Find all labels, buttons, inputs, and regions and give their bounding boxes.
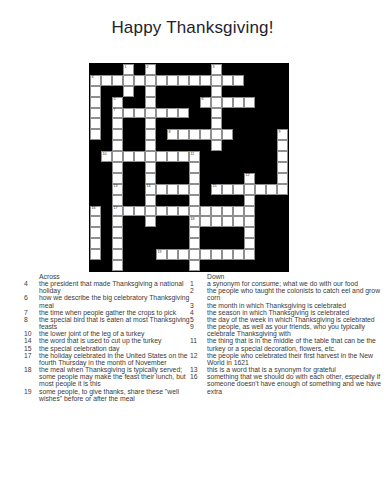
block-cell bbox=[244, 260, 255, 271]
grid-cell[interactable] bbox=[222, 75, 233, 86]
block-cell bbox=[123, 184, 134, 195]
grid-cell[interactable] bbox=[178, 151, 189, 162]
block-cell bbox=[233, 108, 244, 119]
grid-cell[interactable] bbox=[112, 151, 123, 162]
grid-cell[interactable] bbox=[244, 216, 255, 227]
grid-cell[interactable] bbox=[189, 162, 200, 173]
grid-cell[interactable] bbox=[156, 184, 167, 195]
grid-cell[interactable] bbox=[244, 97, 255, 108]
block-cell bbox=[233, 151, 244, 162]
grid-cell[interactable] bbox=[255, 184, 266, 195]
block-cell bbox=[134, 162, 145, 173]
grid-cell[interactable]: 11 bbox=[189, 151, 200, 162]
block-cell bbox=[255, 108, 266, 119]
clue-item: 2the people who taught the colonists to … bbox=[190, 287, 382, 301]
grid-cell[interactable] bbox=[145, 140, 156, 151]
grid-cell[interactable] bbox=[90, 238, 101, 249]
block-cell bbox=[200, 118, 211, 129]
grid-cell[interactable] bbox=[178, 249, 189, 260]
grid-cell[interactable] bbox=[123, 108, 134, 119]
block-cell bbox=[222, 173, 233, 184]
clue-item: 4the president that made Thanksgiving a … bbox=[24, 280, 190, 294]
block-cell bbox=[134, 249, 145, 260]
grid-cell[interactable] bbox=[112, 238, 123, 249]
grid-cell[interactable] bbox=[145, 86, 156, 97]
block-cell bbox=[134, 140, 145, 151]
grid-cell[interactable] bbox=[222, 249, 233, 260]
grid-cell[interactable] bbox=[101, 75, 112, 86]
grid-cell[interactable]: 17 bbox=[112, 206, 123, 217]
grid-cell[interactable] bbox=[189, 173, 200, 184]
block-cell bbox=[233, 173, 244, 184]
block-cell bbox=[101, 260, 112, 271]
grid-cell[interactable]: 19 bbox=[156, 249, 167, 260]
grid-cell[interactable] bbox=[90, 86, 101, 97]
grid-cell[interactable] bbox=[90, 108, 101, 119]
grid-cell[interactable]: 1 bbox=[123, 64, 134, 75]
grid-cell[interactable] bbox=[178, 108, 189, 119]
block-cell bbox=[156, 227, 167, 238]
grid-cell[interactable] bbox=[145, 206, 156, 217]
grid-cell[interactable] bbox=[112, 162, 123, 173]
grid-cell[interactable] bbox=[277, 184, 288, 195]
grid-cell[interactable] bbox=[233, 249, 244, 260]
block-cell bbox=[156, 173, 167, 184]
grid-cell[interactable] bbox=[200, 129, 211, 140]
block-cell bbox=[167, 64, 178, 75]
grid-cell[interactable] bbox=[178, 184, 189, 195]
block-cell bbox=[255, 249, 266, 260]
block-cell bbox=[277, 238, 288, 249]
block-cell bbox=[233, 86, 244, 97]
grid-cell[interactable] bbox=[189, 75, 200, 86]
grid-cell[interactable] bbox=[277, 162, 288, 173]
block-cell bbox=[156, 238, 167, 249]
block-cell bbox=[178, 195, 189, 206]
block-cell bbox=[266, 162, 277, 173]
block-cell bbox=[277, 108, 288, 119]
block-cell bbox=[178, 140, 189, 151]
block-cell bbox=[189, 140, 200, 151]
clue-item-number: 4 bbox=[190, 309, 207, 316]
block-cell bbox=[101, 249, 112, 260]
grid-cell[interactable] bbox=[134, 108, 145, 119]
block-cell bbox=[101, 216, 112, 227]
block-cell bbox=[244, 108, 255, 119]
grid-cell[interactable] bbox=[211, 140, 222, 151]
clue-item-number: 6 bbox=[24, 294, 39, 308]
grid-cell[interactable] bbox=[189, 249, 200, 260]
block-cell bbox=[266, 206, 277, 217]
grid-cell[interactable] bbox=[244, 238, 255, 249]
clue-item-number: 1 bbox=[190, 280, 207, 287]
block-cell bbox=[123, 249, 134, 260]
down-list: 1a synonym for consume; what we do with … bbox=[190, 280, 382, 395]
grid-cell[interactable]: 5 bbox=[112, 97, 123, 108]
block-cell bbox=[178, 86, 189, 97]
grid-cell[interactable] bbox=[145, 195, 156, 206]
grid-cell[interactable] bbox=[167, 249, 178, 260]
grid-cell[interactable] bbox=[200, 75, 211, 86]
block-cell bbox=[178, 216, 189, 227]
clue-item-text: the season in which Thanksgiving is cele… bbox=[207, 309, 382, 316]
block-cell bbox=[156, 216, 167, 227]
block-cell bbox=[101, 118, 112, 129]
block-cell bbox=[211, 173, 222, 184]
block-cell bbox=[167, 238, 178, 249]
grid-cell[interactable] bbox=[189, 206, 200, 217]
grid-cell[interactable]: 6 bbox=[200, 97, 211, 108]
grid-cell[interactable]: 10 bbox=[101, 151, 112, 162]
grid-cell[interactable] bbox=[134, 151, 145, 162]
block-cell bbox=[90, 162, 101, 173]
grid-cell[interactable] bbox=[167, 75, 178, 86]
grid-cell[interactable] bbox=[222, 129, 233, 140]
grid-cell[interactable] bbox=[189, 238, 200, 249]
grid-cell[interactable] bbox=[178, 206, 189, 217]
clue-item-text: the special celebration day bbox=[39, 345, 190, 352]
grid-cell[interactable] bbox=[145, 151, 156, 162]
grid-cell[interactable] bbox=[145, 162, 156, 173]
block-cell bbox=[145, 238, 156, 249]
block-cell bbox=[112, 64, 123, 75]
clue-item: 16something that we should do with each … bbox=[190, 373, 382, 394]
clue-item: 15the special celebration day bbox=[24, 345, 190, 352]
block-cell bbox=[266, 238, 277, 249]
grid-cell[interactable] bbox=[123, 206, 134, 217]
grid-cell[interactable] bbox=[222, 184, 233, 195]
block-cell bbox=[211, 260, 222, 271]
grid-cell[interactable] bbox=[211, 97, 222, 108]
grid-cell[interactable] bbox=[244, 249, 255, 260]
grid-cell[interactable] bbox=[112, 227, 123, 238]
grid-cell[interactable]: 7 bbox=[112, 108, 123, 119]
grid-cell[interactable] bbox=[211, 118, 222, 129]
block-cell bbox=[178, 173, 189, 184]
grid-cell[interactable] bbox=[112, 249, 123, 260]
grid-cell[interactable] bbox=[233, 184, 244, 195]
grid-cell[interactable] bbox=[145, 97, 156, 108]
grid-cell[interactable] bbox=[145, 118, 156, 129]
block-cell bbox=[255, 140, 266, 151]
clue-item: 14the word that is used to cut up the tu… bbox=[24, 337, 190, 344]
block-cell bbox=[255, 206, 266, 217]
grid-cell[interactable] bbox=[277, 173, 288, 184]
clue-number: 13 bbox=[114, 184, 118, 188]
clue-number: 16 bbox=[92, 206, 96, 210]
grid-cell[interactable]: 12 bbox=[244, 173, 255, 184]
grid-cell[interactable] bbox=[167, 151, 178, 162]
block-cell bbox=[277, 195, 288, 206]
block-cell bbox=[156, 118, 167, 129]
block-cell bbox=[277, 97, 288, 108]
block-cell bbox=[200, 162, 211, 173]
grid-cell[interactable] bbox=[112, 140, 123, 151]
grid-cell[interactable] bbox=[189, 195, 200, 206]
grid-cell[interactable] bbox=[189, 227, 200, 238]
block-cell bbox=[189, 108, 200, 119]
grid-cell[interactable] bbox=[145, 108, 156, 119]
grid-cell[interactable] bbox=[189, 129, 200, 140]
clue-item: 11the thing that is in the middle of the… bbox=[190, 337, 382, 351]
block-cell bbox=[123, 195, 134, 206]
clue-item-number: 12 bbox=[190, 352, 207, 366]
block-cell bbox=[167, 140, 178, 151]
grid-cell[interactable] bbox=[145, 216, 156, 227]
grid-cell[interactable] bbox=[200, 249, 211, 260]
block-cell bbox=[233, 260, 244, 271]
grid-cell[interactable]: 3 bbox=[211, 64, 222, 75]
clue-item-number: 7 bbox=[24, 309, 39, 316]
down-heading: Down bbox=[207, 273, 382, 280]
grid-cell[interactable] bbox=[112, 75, 123, 86]
grid-cell[interactable] bbox=[145, 75, 156, 86]
block-cell bbox=[123, 227, 134, 238]
grid-cell[interactable] bbox=[145, 173, 156, 184]
grid-cell[interactable]: 16 bbox=[90, 206, 101, 217]
clue-item-text: some people, to give thanks, share these… bbox=[39, 388, 190, 402]
grid-cell[interactable] bbox=[134, 206, 145, 217]
grid-cell[interactable] bbox=[156, 206, 167, 217]
block-cell bbox=[101, 173, 112, 184]
grid-cell[interactable] bbox=[123, 86, 134, 97]
clue-item: 6how we describe the big celebratory Tha… bbox=[24, 294, 190, 308]
block-cell bbox=[167, 86, 178, 97]
clue-item-number: 16 bbox=[190, 373, 207, 394]
block-cell bbox=[266, 118, 277, 129]
grid-cell[interactable] bbox=[90, 118, 101, 129]
block-cell bbox=[255, 216, 266, 227]
block-cell bbox=[156, 97, 167, 108]
grid-cell[interactable] bbox=[211, 206, 222, 217]
grid-cell[interactable] bbox=[167, 184, 178, 195]
grid-cell[interactable] bbox=[244, 206, 255, 217]
block-cell bbox=[266, 173, 277, 184]
block-cell bbox=[134, 195, 145, 206]
block-cell bbox=[200, 195, 211, 206]
block-cell bbox=[134, 216, 145, 227]
grid-cell[interactable] bbox=[178, 129, 189, 140]
block-cell bbox=[244, 140, 255, 151]
block-cell bbox=[90, 184, 101, 195]
grid-cell[interactable] bbox=[222, 97, 233, 108]
grid-cell[interactable] bbox=[112, 195, 123, 206]
block-cell bbox=[200, 227, 211, 238]
grid-cell[interactable] bbox=[233, 97, 244, 108]
clue-number: 6 bbox=[202, 97, 204, 101]
block-cell bbox=[233, 195, 244, 206]
block-cell bbox=[101, 140, 112, 151]
block-cell bbox=[145, 227, 156, 238]
grid-cell[interactable] bbox=[167, 108, 178, 119]
grid-cell[interactable]: 9 bbox=[277, 129, 288, 140]
grid-cell[interactable]: 14 bbox=[145, 184, 156, 195]
grid-cell[interactable] bbox=[211, 216, 222, 227]
block-cell bbox=[156, 140, 167, 151]
grid-cell[interactable] bbox=[211, 108, 222, 119]
grid-cell[interactable] bbox=[189, 184, 200, 195]
clue-item-number: 4 bbox=[24, 280, 39, 294]
block-cell bbox=[101, 206, 112, 217]
clue-item: 18the meal when Thanksgiving is typicall… bbox=[24, 366, 190, 387]
grid-cell[interactable] bbox=[222, 206, 233, 217]
grid-cell[interactable]: 13 bbox=[112, 184, 123, 195]
down-clues: Down 1a synonym for consume; what we do … bbox=[190, 273, 382, 395]
clue-item-text: the people, as well as your friends, who… bbox=[207, 323, 382, 337]
block-cell bbox=[123, 216, 134, 227]
block-cell bbox=[244, 162, 255, 173]
block-cell bbox=[266, 97, 277, 108]
block-cell bbox=[277, 260, 288, 271]
clue-item-text: the month in which Thanksgiving is celeb… bbox=[207, 302, 382, 309]
block-cell bbox=[266, 86, 277, 97]
block-cell bbox=[266, 108, 277, 119]
block-cell bbox=[200, 108, 211, 119]
grid-cell[interactable] bbox=[211, 129, 222, 140]
block-cell bbox=[255, 151, 266, 162]
block-cell bbox=[233, 238, 244, 249]
grid-cell[interactable] bbox=[200, 206, 211, 217]
grid-cell[interactable] bbox=[211, 75, 222, 86]
block-cell bbox=[222, 108, 233, 119]
block-cell bbox=[255, 97, 266, 108]
clue-number: 15 bbox=[213, 184, 217, 188]
clue-number: 14 bbox=[147, 184, 151, 188]
grid-cell[interactable] bbox=[156, 151, 167, 162]
block-cell bbox=[178, 260, 189, 271]
grid-cell[interactable] bbox=[90, 216, 101, 227]
grid-cell[interactable] bbox=[156, 108, 167, 119]
crossword-board: 12345678910111213141516171819 bbox=[89, 63, 289, 272]
grid-cell[interactable] bbox=[189, 260, 200, 271]
block-cell bbox=[211, 162, 222, 173]
block-cell bbox=[200, 173, 211, 184]
block-cell bbox=[134, 260, 145, 271]
block-cell bbox=[189, 86, 200, 97]
grid-cell[interactable] bbox=[167, 206, 178, 217]
clue-item: 19some people, to give thanks, share the… bbox=[24, 388, 190, 402]
block-cell bbox=[222, 86, 233, 97]
grid-cell[interactable] bbox=[112, 129, 123, 140]
grid-cell[interactable] bbox=[156, 75, 167, 86]
block-cell bbox=[277, 86, 288, 97]
grid-cell[interactable] bbox=[266, 184, 277, 195]
clue-item-number: 9 bbox=[190, 323, 207, 337]
grid-cell[interactable] bbox=[244, 195, 255, 206]
block-cell bbox=[244, 75, 255, 86]
grid-cell[interactable] bbox=[211, 86, 222, 97]
grid-cell[interactable] bbox=[244, 227, 255, 238]
grid-cell[interactable] bbox=[90, 97, 101, 108]
grid-cell[interactable] bbox=[123, 151, 134, 162]
grid-cell[interactable]: 2 bbox=[145, 64, 156, 75]
block-cell bbox=[233, 118, 244, 129]
block-cell bbox=[266, 151, 277, 162]
grid-cell[interactable] bbox=[112, 216, 123, 227]
grid-cell[interactable] bbox=[112, 173, 123, 184]
clue-item: 4the season in which Thanksgiving is cel… bbox=[190, 309, 382, 316]
block-cell bbox=[90, 140, 101, 151]
grid-cell[interactable] bbox=[233, 216, 244, 227]
block-cell bbox=[101, 86, 112, 97]
grid-cell[interactable] bbox=[112, 118, 123, 129]
block-cell bbox=[101, 97, 112, 108]
grid-cell[interactable] bbox=[211, 249, 222, 260]
clue-item-text: the word that is used to cut up the turk… bbox=[39, 337, 190, 344]
block-cell bbox=[134, 129, 145, 140]
block-cell bbox=[167, 162, 178, 173]
block-cell bbox=[101, 184, 112, 195]
block-cell bbox=[277, 227, 288, 238]
block-cell bbox=[123, 140, 134, 151]
grid-cell[interactable] bbox=[222, 216, 233, 227]
block-cell bbox=[200, 86, 211, 97]
grid-cell[interactable]: 8 bbox=[167, 129, 178, 140]
grid-cell[interactable] bbox=[90, 227, 101, 238]
grid-cell[interactable] bbox=[123, 75, 134, 86]
block-cell bbox=[134, 118, 145, 129]
grid-cell[interactable] bbox=[178, 75, 189, 86]
grid-cell[interactable]: 18 bbox=[189, 216, 200, 227]
grid-cell[interactable] bbox=[277, 140, 288, 151]
block-cell bbox=[178, 97, 189, 108]
across-list: 4the president that made Thanksgiving a … bbox=[24, 280, 190, 402]
clue-item-number: 18 bbox=[24, 366, 39, 387]
block-cell bbox=[266, 64, 277, 75]
block-cell bbox=[90, 195, 101, 206]
clue-item-text: a synonym for consume; what we do with o… bbox=[207, 280, 382, 287]
block-cell bbox=[167, 173, 178, 184]
clue-item-text: the time when people gather the crops to… bbox=[39, 309, 190, 316]
block-cell bbox=[233, 162, 244, 173]
block-cell bbox=[244, 64, 255, 75]
grid-cell[interactable] bbox=[233, 75, 244, 86]
grid-cell[interactable] bbox=[233, 206, 244, 217]
grid-cell[interactable]: 15 bbox=[211, 184, 222, 195]
clue-item: 5the day of the week in which Thanksgivi… bbox=[190, 316, 382, 323]
clue-number: 9 bbox=[279, 130, 281, 134]
block-cell bbox=[101, 129, 112, 140]
clue-item-number: 8 bbox=[24, 316, 39, 330]
grid-cell[interactable] bbox=[145, 129, 156, 140]
grid-cell[interactable]: 4 bbox=[90, 75, 101, 86]
clue-item-number: 3 bbox=[190, 302, 207, 309]
block-cell bbox=[90, 260, 101, 271]
block-cell bbox=[123, 97, 134, 108]
grid-cell[interactable] bbox=[200, 216, 211, 227]
clue-item-number: 13 bbox=[190, 366, 207, 373]
block-cell bbox=[222, 162, 233, 173]
grid-cell[interactable] bbox=[134, 75, 145, 86]
block-cell bbox=[145, 260, 156, 271]
clue-item: 3the month in which Thanksgiving is cele… bbox=[190, 302, 382, 309]
clue-item: 12the people who celebrated their first … bbox=[190, 352, 382, 366]
grid-cell[interactable] bbox=[90, 249, 101, 260]
grid-cell[interactable] bbox=[277, 151, 288, 162]
page-title: Happy Thanksgiving! bbox=[0, 18, 385, 38]
block-cell bbox=[156, 195, 167, 206]
grid-cell[interactable] bbox=[90, 129, 101, 140]
block-cell bbox=[101, 227, 112, 238]
block-cell bbox=[167, 118, 178, 129]
grid-cell[interactable] bbox=[112, 260, 123, 271]
block-cell bbox=[266, 216, 277, 227]
block-cell bbox=[134, 184, 145, 195]
clue-item: 9the people, as well as your friends, wh… bbox=[190, 323, 382, 337]
grid-cell[interactable] bbox=[244, 184, 255, 195]
block-cell bbox=[145, 249, 156, 260]
clue-item-text: the people who celebrated their first ha… bbox=[207, 352, 382, 366]
